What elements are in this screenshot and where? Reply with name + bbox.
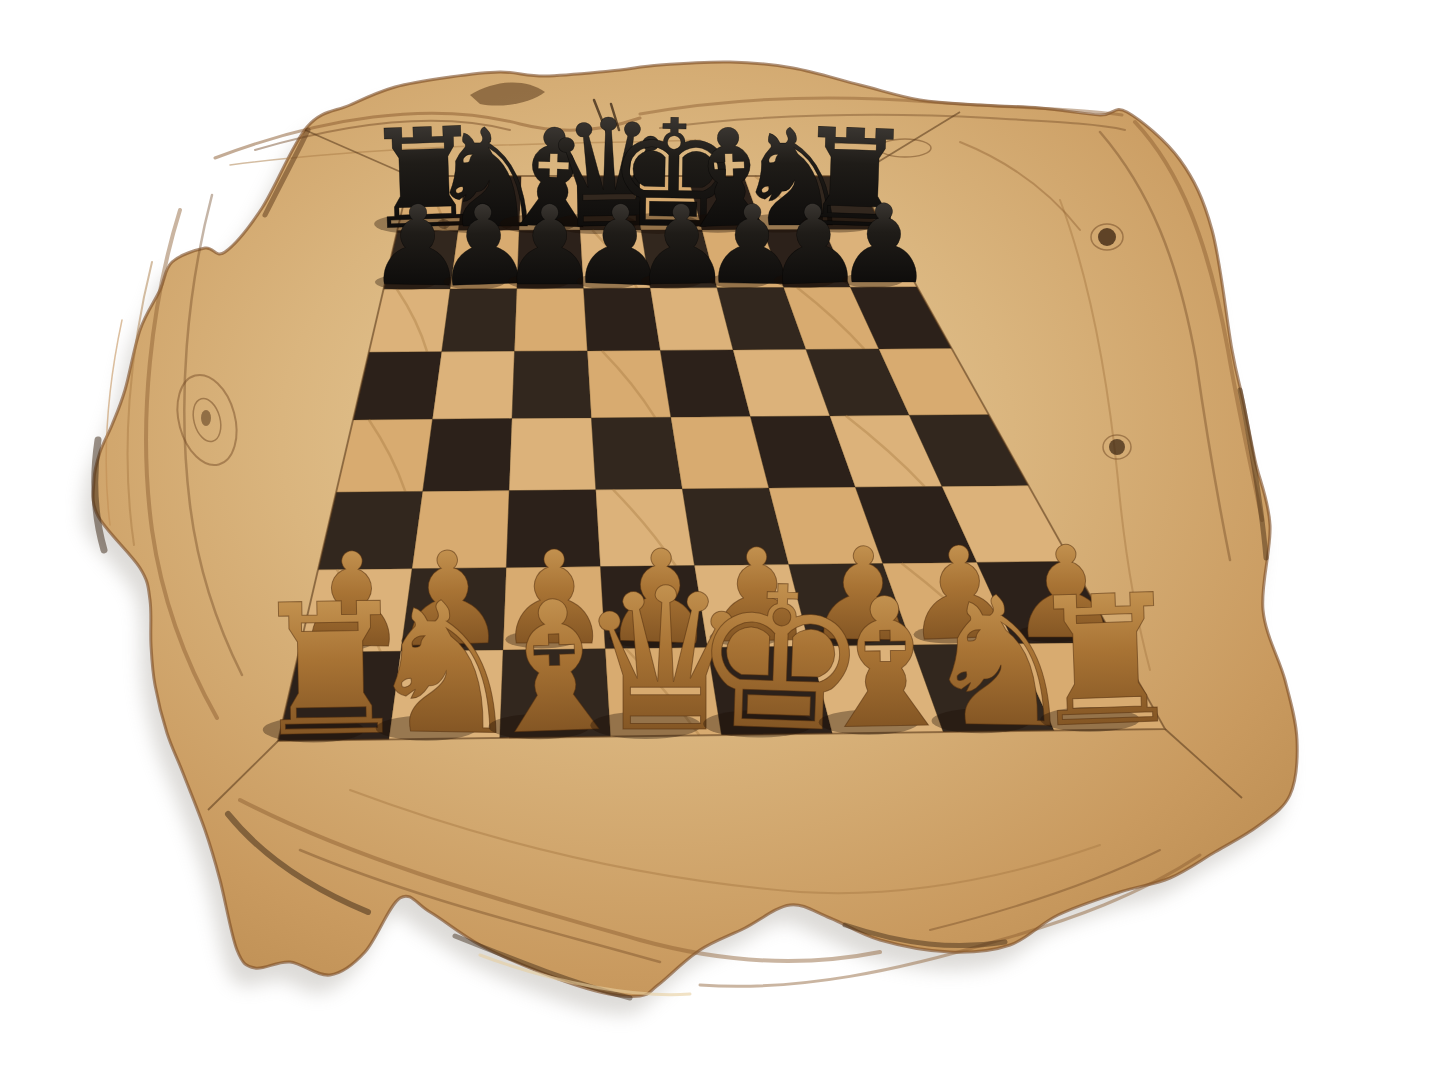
piece-white-rook-h1[interactable]: ♜	[1022, 555, 1188, 767]
square-b5[interactable]	[433, 351, 515, 419]
square-c5[interactable]	[512, 351, 591, 419]
square-b4[interactable]	[423, 419, 512, 492]
square-d5[interactable]	[587, 350, 671, 418]
piece-black-pawn-h7[interactable]: ♟	[835, 181, 932, 308]
square-d4[interactable]	[591, 417, 682, 490]
chess-board-photo: ♜♞♝♛♚♝♞♜♟♟♟♟♟♟♟♟♟♟♟♟♟♟♟♟♜♞♝♛♚♝♞♜	[0, 0, 1445, 1084]
square-c4[interactable]	[509, 418, 596, 491]
photo-stage: ♜♞♝♛♚♝♞♜♟♟♟♟♟♟♟♟♟♟♟♟♟♟♟♟♜♞♝♛♚♝♞♜	[0, 0, 1445, 1084]
